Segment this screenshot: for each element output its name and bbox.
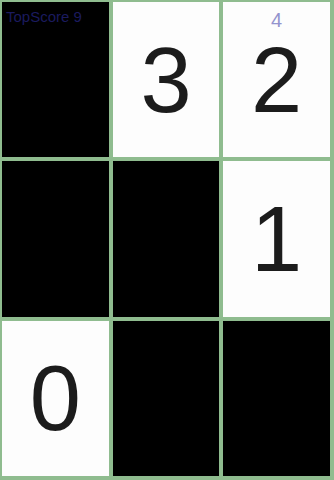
tile-digit: 0 — [30, 352, 81, 444]
current-score: 4 — [223, 9, 330, 32]
tile-r0c2[interactable]: 4 2 — [223, 2, 330, 157]
tile-r1c0[interactable] — [2, 161, 109, 316]
tile-r1c1[interactable] — [113, 161, 220, 316]
top-score-label: TopScore 9 — [6, 8, 82, 25]
tile-grid: TopScore 9 3 4 2 1 0 — [0, 0, 334, 480]
tile-digit: 3 — [140, 34, 191, 126]
tile-r0c0[interactable]: TopScore 9 — [2, 2, 109, 157]
tile-r2c0[interactable]: 0 — [2, 321, 109, 476]
tile-digit: 2 — [251, 34, 302, 126]
game-screen: TopScore 9 3 4 2 1 0 — [0, 0, 334, 480]
tile-r0c1[interactable]: 3 — [113, 2, 220, 157]
tile-r2c2[interactable] — [223, 321, 330, 476]
tile-r1c2[interactable]: 1 — [223, 161, 330, 316]
tile-digit: 1 — [251, 193, 302, 285]
tile-r2c1[interactable] — [113, 321, 220, 476]
